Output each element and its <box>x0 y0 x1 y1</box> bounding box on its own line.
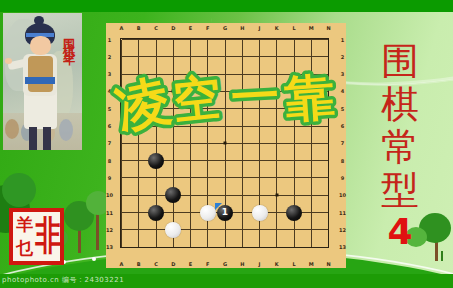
seal-stamp: 羊 乜 非 <box>9 208 64 265</box>
overlay-char: 一 <box>230 67 281 125</box>
seal-char: 羊 <box>16 216 33 233</box>
tree-trunk <box>96 210 99 250</box>
seal-char: 非 <box>35 210 61 263</box>
boy-sash <box>25 77 55 84</box>
poster-title: 围棋少年 <box>60 29 77 49</box>
sprout-icon <box>441 251 443 261</box>
boy-leg <box>29 127 37 150</box>
overlay-title: 凌 空 一 靠 <box>106 23 346 268</box>
boy-vest <box>28 56 53 92</box>
crowd-figure <box>59 119 73 141</box>
watermark-text: photophoto.cn 编号：24303221 <box>2 275 124 285</box>
flower-icon <box>92 257 96 261</box>
poster-go-boy: 围棋少年 <box>3 13 82 150</box>
seal-right-column: 非 <box>37 200 61 274</box>
seal-char: 乜 <box>16 240 33 257</box>
overlay-char: 凌 <box>110 68 176 141</box>
side-title-char: 常 <box>372 126 428 169</box>
boy-leg <box>43 127 51 150</box>
side-panel: 围 棋 常 型 4 <box>372 40 428 250</box>
boy-hand <box>5 58 12 64</box>
stage: 围棋少年 羊 乜 非 AABBCCDDEEFFGGHHJJKKLLMMNN112… <box>0 0 453 288</box>
tree-icon <box>2 173 36 207</box>
seal-left-column: 羊 乜 <box>13 212 37 261</box>
side-title-char: 棋 <box>372 83 428 126</box>
boy-face <box>30 36 51 55</box>
side-title-char: 围 <box>372 40 428 83</box>
side-title-char: 型 <box>372 169 428 212</box>
overlay-char: 空 <box>169 68 223 129</box>
lesson-number: 4 <box>372 214 428 250</box>
crowd-figure <box>5 119 19 139</box>
overlay-char: 靠 <box>282 67 337 128</box>
